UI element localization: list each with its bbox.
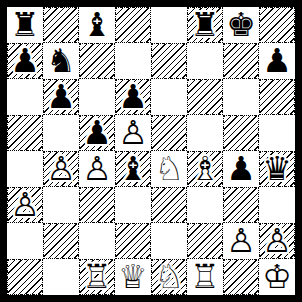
square-f8[interactable]: ♜ xyxy=(187,7,223,43)
square-g4[interactable]: ♟ xyxy=(223,151,259,187)
square-f4[interactable]: ♗ xyxy=(187,151,223,187)
piece-black-rook: ♜ xyxy=(10,7,40,43)
square-e6[interactable] xyxy=(151,79,187,115)
square-a6[interactable] xyxy=(7,79,43,115)
square-a5[interactable] xyxy=(7,115,43,151)
square-h2[interactable]: ♙ xyxy=(259,223,295,259)
square-g2[interactable]: ♙ xyxy=(223,223,259,259)
piece-white-knight: ♘ xyxy=(154,259,184,295)
piece-white-bishop: ♗ xyxy=(190,151,220,187)
square-a7[interactable]: ♟ xyxy=(7,43,43,79)
square-d7[interactable] xyxy=(115,43,151,79)
square-g1[interactable] xyxy=(223,259,259,295)
piece-black-bishop: ♝ xyxy=(82,7,112,43)
piece-black-rook: ♜ xyxy=(190,7,220,43)
square-d3[interactable] xyxy=(115,187,151,223)
piece-black-bishop: ♝ xyxy=(118,151,148,187)
square-b2[interactable] xyxy=(43,223,79,259)
square-d4[interactable]: ♝ xyxy=(115,151,151,187)
square-g6[interactable] xyxy=(223,79,259,115)
square-e4[interactable]: ♘ xyxy=(151,151,187,187)
square-h6[interactable] xyxy=(259,79,295,115)
piece-black-knight: ♞ xyxy=(46,43,76,79)
square-c4[interactable]: ♙ xyxy=(79,151,115,187)
piece-black-king: ♚ xyxy=(226,7,256,43)
square-a3[interactable]: ♙ xyxy=(7,187,43,223)
square-d5[interactable]: ♙ xyxy=(115,115,151,151)
square-b5[interactable] xyxy=(43,115,79,151)
piece-black-queen: ♛ xyxy=(262,151,292,187)
square-e7[interactable] xyxy=(151,43,187,79)
square-g3[interactable] xyxy=(223,187,259,223)
square-c5[interactable]: ♟ xyxy=(79,115,115,151)
square-g8[interactable]: ♚ xyxy=(223,7,259,43)
square-b8[interactable] xyxy=(43,7,79,43)
piece-white-rook: ♖ xyxy=(82,259,112,295)
square-h3[interactable] xyxy=(259,187,295,223)
square-e8[interactable] xyxy=(151,7,187,43)
square-b6[interactable]: ♟ xyxy=(43,79,79,115)
piece-black-pawn: ♟ xyxy=(10,43,40,79)
square-f6[interactable] xyxy=(187,79,223,115)
square-c6[interactable] xyxy=(79,79,115,115)
square-c1[interactable]: ♖ xyxy=(79,259,115,295)
square-h5[interactable] xyxy=(259,115,295,151)
square-a8[interactable]: ♜ xyxy=(7,7,43,43)
square-g7[interactable] xyxy=(223,43,259,79)
square-e5[interactable] xyxy=(151,115,187,151)
square-d2[interactable] xyxy=(115,223,151,259)
square-a1[interactable] xyxy=(7,259,43,295)
square-b7[interactable]: ♞ xyxy=(43,43,79,79)
square-c3[interactable] xyxy=(79,187,115,223)
piece-black-pawn: ♟ xyxy=(46,79,76,115)
piece-white-king: ♔ xyxy=(262,259,292,295)
piece-black-pawn: ♟ xyxy=(226,151,256,187)
piece-white-pawn: ♙ xyxy=(226,223,256,259)
piece-white-pawn: ♙ xyxy=(262,223,292,259)
piece-white-pawn: ♙ xyxy=(82,151,112,187)
square-d8[interactable] xyxy=(115,7,151,43)
square-b3[interactable] xyxy=(43,187,79,223)
piece-white-pawn: ♙ xyxy=(10,187,40,223)
square-d6[interactable]: ♟ xyxy=(115,79,151,115)
piece-white-pawn: ♙ xyxy=(118,115,148,151)
square-h7[interactable]: ♟ xyxy=(259,43,295,79)
square-e2[interactable] xyxy=(151,223,187,259)
piece-black-pawn: ♟ xyxy=(82,115,112,151)
square-f3[interactable] xyxy=(187,187,223,223)
piece-white-rook: ♖ xyxy=(190,259,220,295)
square-c2[interactable] xyxy=(79,223,115,259)
square-h4[interactable]: ♛ xyxy=(259,151,295,187)
square-e1[interactable]: ♘ xyxy=(151,259,187,295)
square-e3[interactable] xyxy=(151,187,187,223)
square-f7[interactable] xyxy=(187,43,223,79)
square-d1[interactable]: ♕ xyxy=(115,259,151,295)
chess-board: ♜♝♜♚♟♞♟♟♟♟♙♙♙♝♘♗♟♛♙♙♙♖♕♘♖♔ xyxy=(7,7,295,295)
square-f1[interactable]: ♖ xyxy=(187,259,223,295)
square-b4[interactable]: ♙ xyxy=(43,151,79,187)
piece-white-knight: ♘ xyxy=(154,151,184,187)
piece-black-pawn: ♟ xyxy=(118,79,148,115)
piece-white-queen: ♕ xyxy=(118,259,148,295)
square-a2[interactable] xyxy=(7,223,43,259)
square-h1[interactable]: ♔ xyxy=(259,259,295,295)
square-c7[interactable] xyxy=(79,43,115,79)
square-f2[interactable] xyxy=(187,223,223,259)
square-b1[interactable] xyxy=(43,259,79,295)
piece-white-pawn: ♙ xyxy=(46,151,76,187)
square-c8[interactable]: ♝ xyxy=(79,7,115,43)
square-a4[interactable] xyxy=(7,151,43,187)
piece-black-pawn: ♟ xyxy=(262,43,292,79)
board-frame: ♜♝♜♚♟♞♟♟♟♟♙♙♙♝♘♗♟♛♙♙♙♖♕♘♖♔ xyxy=(0,0,302,302)
square-f5[interactable] xyxy=(187,115,223,151)
square-g5[interactable] xyxy=(223,115,259,151)
square-h8[interactable] xyxy=(259,7,295,43)
